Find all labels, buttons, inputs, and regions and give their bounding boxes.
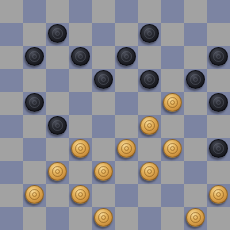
square-r8-c3[interactable] (69, 184, 92, 207)
gold-piece[interactable] (25, 185, 44, 204)
square-r7-c7 (161, 161, 184, 184)
gold-piece[interactable] (94, 208, 113, 227)
square-r5-c9 (207, 115, 230, 138)
square-r6-c8 (184, 138, 207, 161)
square-r1-c3 (69, 23, 92, 46)
black-piece[interactable] (48, 116, 67, 135)
square-r1-c2[interactable] (46, 23, 69, 46)
square-r1-c1 (23, 23, 46, 46)
square-r5-c5 (115, 115, 138, 138)
square-r9-c6[interactable] (138, 207, 161, 230)
square-r9-c3 (69, 207, 92, 230)
square-r4-c0 (0, 92, 23, 115)
square-r6-c0 (0, 138, 23, 161)
square-r7-c2[interactable] (46, 161, 69, 184)
square-r0-c0 (0, 0, 23, 23)
square-r2-c5[interactable] (115, 46, 138, 69)
square-r2-c3[interactable] (69, 46, 92, 69)
square-r7-c0[interactable] (0, 161, 23, 184)
square-r1-c9 (207, 23, 230, 46)
square-r3-c2[interactable] (46, 69, 69, 92)
square-r6-c4 (92, 138, 115, 161)
square-r1-c6[interactable] (138, 23, 161, 46)
square-r1-c4[interactable] (92, 23, 115, 46)
square-r0-c4 (92, 0, 115, 23)
square-r6-c3[interactable] (69, 138, 92, 161)
draughts-board (0, 0, 230, 230)
square-r9-c4[interactable] (92, 207, 115, 230)
square-r3-c6[interactable] (138, 69, 161, 92)
square-r4-c9[interactable] (207, 92, 230, 115)
square-r8-c1[interactable] (23, 184, 46, 207)
square-r7-c5 (115, 161, 138, 184)
gold-piece[interactable] (48, 162, 67, 181)
square-r6-c2 (46, 138, 69, 161)
gold-piece[interactable] (140, 162, 159, 181)
square-r1-c8[interactable] (184, 23, 207, 46)
gold-piece[interactable] (71, 185, 90, 204)
square-r8-c7[interactable] (161, 184, 184, 207)
square-r0-c1[interactable] (23, 0, 46, 23)
black-piece[interactable] (140, 70, 159, 89)
square-r6-c9[interactable] (207, 138, 230, 161)
black-piece[interactable] (209, 47, 228, 66)
gold-piece[interactable] (71, 139, 90, 158)
square-r3-c1 (23, 69, 46, 92)
square-r2-c7[interactable] (161, 46, 184, 69)
black-piece[interactable] (94, 70, 113, 89)
square-r0-c9[interactable] (207, 0, 230, 23)
black-piece[interactable] (209, 93, 228, 112)
gold-piece[interactable] (140, 116, 159, 135)
square-r3-c0[interactable] (0, 69, 23, 92)
square-r2-c2 (46, 46, 69, 69)
square-r2-c6 (138, 46, 161, 69)
gold-piece[interactable] (94, 162, 113, 181)
square-r2-c1[interactable] (23, 46, 46, 69)
gold-piece[interactable] (186, 208, 205, 227)
square-r3-c9 (207, 69, 230, 92)
square-r0-c5[interactable] (115, 0, 138, 23)
black-piece[interactable] (209, 139, 228, 158)
square-r8-c8 (184, 184, 207, 207)
square-r9-c7 (161, 207, 184, 230)
square-r5-c3 (69, 115, 92, 138)
square-r5-c4[interactable] (92, 115, 115, 138)
square-r5-c0[interactable] (0, 115, 23, 138)
square-r4-c8 (184, 92, 207, 115)
black-piece[interactable] (48, 24, 67, 43)
square-r3-c3 (69, 69, 92, 92)
square-r0-c8 (184, 0, 207, 23)
square-r9-c9 (207, 207, 230, 230)
square-r5-c6[interactable] (138, 115, 161, 138)
square-r4-c6 (138, 92, 161, 115)
black-piece[interactable] (117, 47, 136, 66)
square-r0-c3[interactable] (69, 0, 92, 23)
square-r0-c6 (138, 0, 161, 23)
gold-piece[interactable] (209, 185, 228, 204)
square-r5-c2[interactable] (46, 115, 69, 138)
square-r2-c0 (0, 46, 23, 69)
square-r9-c8[interactable] (184, 207, 207, 230)
square-r3-c5 (115, 69, 138, 92)
square-r4-c1[interactable] (23, 92, 46, 115)
square-r6-c1[interactable] (23, 138, 46, 161)
square-r7-c4[interactable] (92, 161, 115, 184)
square-r6-c6 (138, 138, 161, 161)
square-r7-c1 (23, 161, 46, 184)
square-r9-c1 (23, 207, 46, 230)
square-r7-c6[interactable] (138, 161, 161, 184)
square-r2-c4 (92, 46, 115, 69)
black-piece[interactable] (25, 93, 44, 112)
square-r5-c1 (23, 115, 46, 138)
square-r3-c4[interactable] (92, 69, 115, 92)
black-piece[interactable] (186, 70, 205, 89)
square-r4-c5[interactable] (115, 92, 138, 115)
square-r4-c7[interactable] (161, 92, 184, 115)
square-r1-c0[interactable] (0, 23, 23, 46)
square-r7-c8[interactable] (184, 161, 207, 184)
square-r7-c3 (69, 161, 92, 184)
square-r4-c2 (46, 92, 69, 115)
square-r6-c5[interactable] (115, 138, 138, 161)
square-r4-c4 (92, 92, 115, 115)
square-r4-c3[interactable] (69, 92, 92, 115)
square-r7-c9 (207, 161, 230, 184)
gold-piece[interactable] (163, 139, 182, 158)
square-r8-c9[interactable] (207, 184, 230, 207)
gold-piece[interactable] (117, 139, 136, 158)
square-r8-c6 (138, 184, 161, 207)
square-r1-c7 (161, 23, 184, 46)
square-r8-c4 (92, 184, 115, 207)
square-r8-c2 (46, 184, 69, 207)
square-r2-c9[interactable] (207, 46, 230, 69)
square-r8-c0 (0, 184, 23, 207)
black-piece[interactable] (71, 47, 90, 66)
square-r3-c8[interactable] (184, 69, 207, 92)
square-r0-c7[interactable] (161, 0, 184, 23)
square-r3-c7 (161, 69, 184, 92)
square-r1-c5 (115, 23, 138, 46)
square-r5-c8[interactable] (184, 115, 207, 138)
black-piece[interactable] (140, 24, 159, 43)
square-r9-c2[interactable] (46, 207, 69, 230)
square-r2-c8 (184, 46, 207, 69)
square-r9-c5 (115, 207, 138, 230)
gold-piece[interactable] (163, 93, 182, 112)
square-r5-c7 (161, 115, 184, 138)
square-r6-c7[interactable] (161, 138, 184, 161)
black-piece[interactable] (25, 47, 44, 66)
square-r8-c5[interactable] (115, 184, 138, 207)
square-r9-c0[interactable] (0, 207, 23, 230)
square-r0-c2 (46, 0, 69, 23)
